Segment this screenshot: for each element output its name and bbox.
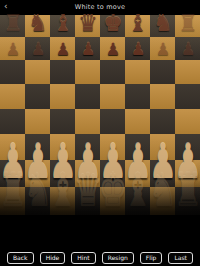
square-b4[interactable]: [25, 109, 50, 134]
last-button[interactable]: Last: [168, 252, 193, 264]
square-a6[interactable]: [0, 60, 25, 84]
resign-button[interactable]: Resign: [102, 252, 134, 264]
piece-black-pawn-b7[interactable]: ♟: [30, 41, 44, 58]
toolbar: BackHideHintResignFlipLast: [0, 250, 200, 266]
square-c4[interactable]: [50, 109, 75, 134]
square-a5[interactable]: [0, 84, 25, 109]
piece-white-rook-h1[interactable]: ♜: [173, 167, 200, 213]
square-b6[interactable]: [25, 60, 50, 84]
piece-black-pawn-a7[interactable]: ♟: [5, 41, 19, 58]
flip-button[interactable]: Flip: [140, 252, 163, 264]
square-f5[interactable]: [125, 84, 150, 109]
piece-black-bishop-c8[interactable]: ♝: [53, 11, 72, 35]
square-e6[interactable]: [100, 60, 125, 84]
piece-black-queen-d8[interactable]: ♛: [78, 11, 97, 35]
square-e4[interactable]: [100, 109, 125, 134]
hint-button[interactable]: Hint: [71, 252, 95, 264]
piece-black-pawn-c7[interactable]: ♟: [55, 41, 69, 58]
square-f4[interactable]: [125, 109, 150, 134]
piece-black-pawn-d7[interactable]: ♟: [80, 41, 94, 58]
square-g6[interactable]: [150, 60, 175, 84]
square-c5[interactable]: [50, 84, 75, 109]
piece-black-pawn-g7[interactable]: ♟: [155, 41, 169, 58]
piece-black-pawn-e7[interactable]: ♟: [105, 41, 119, 58]
piece-black-king-e8[interactable]: ♚: [103, 11, 122, 35]
square-g5[interactable]: [150, 84, 175, 109]
square-f6[interactable]: [125, 60, 150, 84]
title-bar: ‹ White to move: [0, 0, 200, 14]
square-a4[interactable]: [0, 109, 25, 134]
square-b5[interactable]: [25, 84, 50, 109]
square-c6[interactable]: [50, 60, 75, 84]
square-g4[interactable]: [150, 109, 175, 134]
square-d5[interactable]: [75, 84, 100, 109]
back-button[interactable]: Back: [7, 252, 34, 264]
square-h4[interactable]: [175, 109, 200, 134]
status-text: White to move: [0, 3, 200, 11]
piece-black-pawn-f7[interactable]: ♟: [130, 41, 144, 58]
square-h5[interactable]: [175, 84, 200, 109]
hide-button[interactable]: Hide: [40, 252, 66, 264]
square-e5[interactable]: [100, 84, 125, 109]
piece-black-pawn-h7[interactable]: ♟: [180, 41, 194, 58]
piece-black-rook-a8[interactable]: ♜: [3, 11, 22, 35]
piece-black-rook-h8[interactable]: ♜: [178, 11, 197, 35]
piece-black-knight-b8[interactable]: ♞: [28, 11, 47, 35]
piece-black-bishop-f8[interactable]: ♝: [128, 11, 147, 35]
square-d6[interactable]: [75, 60, 100, 84]
square-h6[interactable]: [175, 60, 200, 84]
piece-black-knight-g8[interactable]: ♞: [153, 11, 172, 35]
square-d4[interactable]: [75, 109, 100, 134]
